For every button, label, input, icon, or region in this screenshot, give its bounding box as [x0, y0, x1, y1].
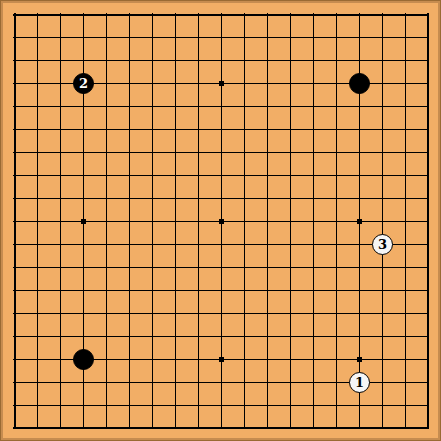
grid-line-horizontal — [13, 244, 429, 245]
grid-line-vertical — [336, 13, 337, 429]
grid-line-horizontal — [13, 313, 429, 314]
grid-line-vertical — [405, 13, 406, 429]
stone-white-move-1[interactable]: 1 — [349, 372, 370, 393]
star-point — [357, 219, 362, 224]
grid-line-vertical — [290, 13, 291, 429]
grid-line-vertical — [382, 13, 383, 429]
grid-line-vertical — [313, 13, 314, 429]
grid-line-horizontal — [13, 290, 429, 291]
stone-white-move-3[interactable]: 3 — [372, 234, 393, 255]
grid-line-horizontal — [13, 267, 429, 268]
go-diagram: 123 — [0, 0, 441, 441]
move-number-label: 2 — [79, 77, 88, 90]
stone-black-move-2[interactable]: 2 — [73, 73, 94, 94]
star-point — [81, 219, 86, 224]
stone-black[interactable] — [349, 73, 370, 94]
move-number-label: 1 — [355, 376, 364, 389]
grid-line-horizontal — [13, 427, 429, 429]
grid-line-vertical — [244, 13, 245, 429]
stone-black[interactable] — [73, 349, 94, 370]
star-point — [219, 81, 224, 86]
star-point — [357, 357, 362, 362]
grid-line-vertical — [427, 13, 429, 429]
go-board[interactable]: 123 — [0, 0, 441, 441]
grid-line-horizontal — [13, 405, 429, 406]
grid-line-horizontal — [13, 336, 429, 337]
star-point — [219, 219, 224, 224]
grid-line-vertical — [267, 13, 268, 429]
move-number-label: 3 — [378, 238, 387, 251]
star-point — [219, 357, 224, 362]
